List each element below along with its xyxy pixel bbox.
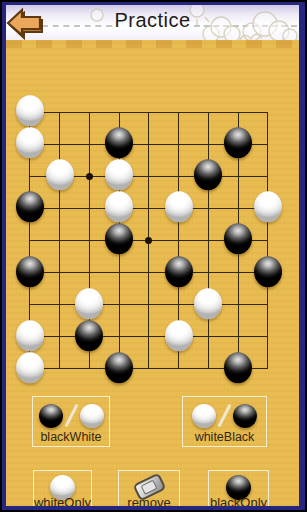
board-intersection[interactable] — [194, 96, 224, 128]
board-intersection[interactable] — [194, 128, 224, 160]
black-stone-icon — [39, 404, 63, 428]
white-stone[interactable] — [165, 192, 193, 223]
black-stone[interactable] — [224, 127, 252, 158]
board-intersection[interactable] — [75, 321, 105, 353]
grid-line — [59, 256, 60, 290]
grid-line — [89, 223, 90, 257]
grid-line — [238, 320, 239, 354]
white-stone[interactable] — [254, 192, 282, 223]
board-intersection[interactable] — [223, 289, 253, 321]
board-intersection[interactable] — [15, 192, 45, 224]
app-screen: Practice blackWhite whiteBlack — [0, 0, 307, 512]
grid-line — [119, 288, 120, 322]
grid-line — [208, 256, 209, 290]
board-intersection[interactable] — [45, 257, 75, 289]
board-intersection[interactable] — [104, 128, 134, 160]
board-intersection[interactable] — [253, 321, 283, 353]
board-intersection[interactable] — [164, 128, 194, 160]
grid-line — [238, 159, 239, 193]
grid-line — [178, 223, 179, 257]
board-intersection[interactable] — [45, 353, 75, 385]
board-intersection[interactable] — [134, 160, 164, 192]
board-intersection[interactable] — [15, 96, 45, 128]
white-stone[interactable] — [16, 320, 44, 351]
black-stone[interactable] — [165, 256, 193, 287]
board-intersection[interactable] — [134, 192, 164, 224]
grid-line — [59, 352, 60, 369]
grid-line — [148, 127, 149, 161]
page-title: Practice — [6, 9, 299, 32]
grid-line — [29, 159, 30, 193]
black-stone[interactable] — [16, 192, 44, 223]
black-white-label: blackWhite — [33, 430, 109, 444]
board-intersection[interactable] — [253, 96, 283, 128]
board-intersection[interactable] — [223, 96, 253, 128]
black-only-label: blackOnly — [205, 495, 272, 506]
grid-line — [89, 256, 90, 290]
board-intersection[interactable] — [223, 257, 253, 289]
board-intersection[interactable] — [45, 96, 75, 128]
black-stone[interactable] — [194, 160, 222, 191]
board-intersection[interactable] — [15, 289, 45, 321]
grid-line — [59, 127, 60, 161]
board-intersection[interactable] — [104, 289, 134, 321]
white-black-label: whiteBlack — [183, 430, 266, 444]
board-intersection[interactable] — [164, 353, 194, 385]
grid-line — [208, 191, 209, 225]
grid-line — [148, 159, 149, 193]
board-intersection[interactable] — [253, 160, 283, 192]
grid-line — [238, 191, 239, 225]
grid-line — [89, 127, 90, 161]
grid-line — [178, 352, 179, 369]
board-intersection[interactable] — [134, 128, 164, 160]
board-intersection[interactable] — [253, 289, 283, 321]
remove-button[interactable]: remove — [118, 470, 180, 506]
board-intersection[interactable] — [75, 257, 105, 289]
grid-line — [252, 336, 268, 337]
board-intersection[interactable] — [15, 160, 45, 192]
grid-line — [252, 144, 268, 145]
board-intersection[interactable] — [253, 224, 283, 256]
board-intersection[interactable] — [45, 321, 75, 353]
board-intersection[interactable] — [134, 257, 164, 289]
board-intersection[interactable] — [194, 224, 224, 256]
grid-line — [267, 352, 268, 369]
grid-line — [267, 127, 268, 161]
board-intersection[interactable] — [194, 353, 224, 385]
board-intersection[interactable] — [164, 224, 194, 256]
main-area: blackWhite whiteBlack whiteOnly — [6, 40, 299, 506]
grid-line — [29, 223, 30, 257]
board-intersection[interactable] — [45, 160, 75, 192]
board-intersection[interactable] — [253, 128, 283, 160]
white-stone-icon — [192, 404, 216, 428]
board-intersection[interactable] — [223, 128, 253, 160]
button-icons — [183, 397, 266, 428]
board-intersection[interactable] — [75, 192, 105, 224]
board-intersection[interactable] — [15, 224, 45, 256]
grid-line — [148, 352, 149, 369]
board-intersection[interactable] — [15, 321, 45, 353]
black-stone[interactable] — [105, 224, 133, 255]
board-intersection[interactable] — [223, 224, 253, 256]
black-stone[interactable] — [105, 127, 133, 158]
grid-line — [119, 256, 120, 290]
board-intersection[interactable] — [75, 96, 105, 128]
board-intersection[interactable] — [134, 321, 164, 353]
remove-label: remove — [115, 495, 183, 506]
grid-line — [252, 112, 268, 113]
black-stone[interactable] — [224, 352, 252, 383]
grid-line — [148, 288, 149, 322]
board-intersection[interactable] — [104, 160, 134, 192]
go-board[interactable] — [15, 96, 283, 385]
board-intersection[interactable] — [104, 224, 134, 256]
board-intersection[interactable] — [194, 160, 224, 192]
slash-icon — [64, 404, 78, 428]
board-intersection[interactable] — [45, 289, 75, 321]
board-intersection[interactable] — [75, 160, 105, 192]
black-stone-icon — [233, 404, 257, 428]
black-stone[interactable] — [105, 352, 133, 383]
board-intersection[interactable] — [104, 192, 134, 224]
white-stone[interactable] — [194, 288, 222, 319]
board-intersection[interactable] — [253, 192, 283, 224]
board-intersection[interactable] — [75, 353, 105, 385]
board-intersection[interactable] — [134, 353, 164, 385]
board-intersection[interactable] — [223, 321, 253, 353]
board-intersection[interactable] — [253, 353, 283, 385]
board-intersection[interactable] — [223, 192, 253, 224]
grid-line — [178, 127, 179, 161]
grid-line — [59, 288, 60, 322]
board-intersection[interactable] — [164, 160, 194, 192]
board-intersection[interactable] — [164, 289, 194, 321]
star-point — [145, 237, 152, 244]
board-intersection[interactable] — [104, 353, 134, 385]
board-intersection[interactable] — [194, 192, 224, 224]
grid-line — [148, 256, 149, 290]
black-white-button[interactable]: blackWhite — [32, 396, 110, 447]
black-stone[interactable] — [254, 256, 282, 287]
grid-line — [238, 288, 239, 322]
header: Practice — [6, 5, 299, 40]
screen-panel: Practice blackWhite whiteBlack — [6, 5, 299, 506]
board-intersection[interactable] — [253, 257, 283, 289]
grid-line — [119, 320, 120, 354]
white-only-button[interactable]: whiteOnly — [33, 470, 92, 506]
star-point — [86, 173, 93, 180]
board-intersection[interactable] — [75, 289, 105, 321]
board-intersection[interactable] — [15, 257, 45, 289]
grid-line — [59, 320, 60, 354]
grid-line — [208, 352, 209, 369]
white-black-button[interactable]: whiteBlack — [182, 396, 267, 447]
board-intersection[interactable] — [104, 321, 134, 353]
board-intersection[interactable] — [45, 128, 75, 160]
grid-line — [59, 223, 60, 257]
grid-line — [178, 288, 179, 322]
black-stone[interactable] — [224, 224, 252, 255]
grid-line — [29, 288, 30, 322]
grid-line — [267, 320, 268, 354]
grid-line — [148, 191, 149, 225]
white-stone[interactable] — [105, 160, 133, 191]
button-icon — [119, 471, 179, 496]
board-intersection[interactable] — [45, 192, 75, 224]
board-intersection[interactable] — [104, 96, 134, 128]
board-intersection[interactable] — [164, 192, 194, 224]
grid-line — [148, 320, 149, 354]
board-intersection[interactable] — [164, 321, 194, 353]
board-intersection[interactable] — [223, 160, 253, 192]
black-stone[interactable] — [75, 320, 103, 351]
button-icons — [33, 397, 109, 428]
grid-line — [208, 127, 209, 161]
white-only-label: whiteOnly — [30, 495, 95, 506]
board-intersection[interactable] — [134, 96, 164, 128]
board-intersection[interactable] — [75, 224, 105, 256]
grid-line — [267, 288, 268, 322]
grid-line — [178, 159, 179, 193]
white-stone[interactable] — [165, 320, 193, 351]
grid-line — [238, 256, 239, 290]
board-intersection[interactable] — [223, 353, 253, 385]
white-stone[interactable] — [75, 288, 103, 319]
board-intersection[interactable] — [134, 289, 164, 321]
board-intersection[interactable] — [104, 257, 134, 289]
board-intersection[interactable] — [164, 96, 194, 128]
slash-icon — [217, 404, 231, 428]
board-intersection[interactable] — [194, 289, 224, 321]
white-stone[interactable] — [46, 160, 74, 191]
grid-line — [252, 368, 268, 369]
grid-line — [208, 223, 209, 257]
white-stone-icon — [80, 404, 104, 428]
grid-line — [89, 352, 90, 369]
board-intersection[interactable] — [194, 257, 224, 289]
white-stone[interactable] — [16, 127, 44, 158]
grid-line — [252, 176, 268, 177]
grid-line — [252, 240, 268, 241]
board-intersection[interactable] — [194, 321, 224, 353]
black-stone[interactable] — [16, 256, 44, 287]
board-intersection[interactable] — [164, 257, 194, 289]
black-only-button[interactable]: blackOnly — [208, 470, 269, 506]
white-stone[interactable] — [16, 352, 44, 383]
grid-line — [59, 191, 60, 225]
board-intersection[interactable] — [15, 353, 45, 385]
board-intersection[interactable] — [134, 224, 164, 256]
board-intersection[interactable] — [15, 128, 45, 160]
grid-line — [267, 159, 268, 193]
board-intersection[interactable] — [45, 224, 75, 256]
white-stone[interactable] — [16, 95, 44, 126]
white-stone[interactable] — [105, 192, 133, 223]
grid-line — [267, 223, 268, 257]
grid-line — [252, 304, 268, 305]
board-intersection[interactable] — [75, 128, 105, 160]
grid-line — [89, 191, 90, 225]
grid-line — [208, 320, 209, 354]
